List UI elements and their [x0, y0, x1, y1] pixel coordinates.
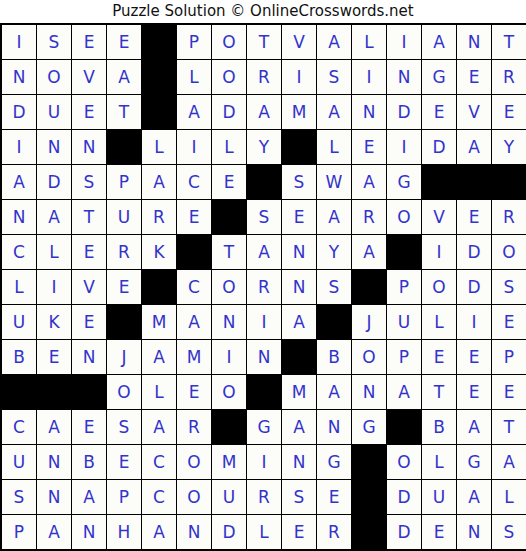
- grid-cell: O: [387, 200, 422, 235]
- grid-cell: L: [37, 235, 72, 270]
- grid-cell: L: [2, 270, 37, 305]
- grid-cell: N: [212, 305, 247, 340]
- grid-cell: L: [492, 480, 526, 515]
- grid-cell: I: [422, 235, 457, 270]
- grid-cell: E: [422, 95, 457, 130]
- grid-cell: E: [212, 165, 247, 200]
- grid-cell: R: [177, 410, 212, 445]
- grid-cell: S: [492, 270, 526, 305]
- grid-cell: Y: [317, 235, 352, 270]
- grid-cell: N: [2, 200, 37, 235]
- grid-cell: O: [37, 60, 72, 95]
- grid-cell: I: [2, 130, 37, 165]
- grid-cell: E: [107, 25, 142, 60]
- grid-cell: R: [317, 515, 352, 550]
- grid-cell: M: [177, 340, 212, 375]
- black-cell: [352, 445, 387, 480]
- grid-cell: D: [457, 235, 492, 270]
- grid-cell: P: [2, 515, 37, 550]
- grid-cell: E: [457, 200, 492, 235]
- grid-cell: O: [212, 270, 247, 305]
- grid-cell: E: [72, 305, 107, 340]
- grid-cell: B: [72, 445, 107, 480]
- black-cell: [142, 270, 177, 305]
- grid-cell: T: [247, 25, 282, 60]
- grid-cell: P: [492, 340, 526, 375]
- grid-cell: D: [212, 95, 247, 130]
- black-cell: [317, 305, 352, 340]
- grid-cell: C: [2, 410, 37, 445]
- black-cell: [492, 165, 526, 200]
- grid-cell: N: [37, 445, 72, 480]
- black-cell: [142, 60, 177, 95]
- black-cell: [352, 270, 387, 305]
- grid-cell: L: [422, 305, 457, 340]
- grid-cell: L: [352, 25, 387, 60]
- grid-cell: A: [177, 95, 212, 130]
- grid-cell: B: [422, 410, 457, 445]
- grid-cell: D: [387, 95, 422, 130]
- grid-cell: R: [107, 235, 142, 270]
- grid-cell: E: [177, 200, 212, 235]
- grid-cell: U: [212, 480, 247, 515]
- grid-cell: S: [317, 270, 352, 305]
- grid-cell: N: [72, 130, 107, 165]
- grid-cell: O: [387, 445, 422, 480]
- grid-cell: E: [107, 270, 142, 305]
- grid-cell: U: [107, 200, 142, 235]
- grid-cell: T: [422, 375, 457, 410]
- grid-cell: E: [282, 515, 317, 550]
- grid-cell: V: [72, 60, 107, 95]
- grid-cell: N: [457, 25, 492, 60]
- grid-cell: E: [422, 515, 457, 550]
- grid-cell: D: [422, 130, 457, 165]
- grid-cell: G: [247, 410, 282, 445]
- grid-cell: N: [282, 270, 317, 305]
- grid-cell: A: [142, 515, 177, 550]
- grid-cell: O: [352, 340, 387, 375]
- grid-cell: O: [212, 375, 247, 410]
- grid-cell: D: [387, 515, 422, 550]
- black-cell: [107, 130, 142, 165]
- black-cell: [212, 410, 247, 445]
- grid-cell: O: [212, 60, 247, 95]
- grid-cell: D: [2, 95, 37, 130]
- grid-cell: J: [352, 305, 387, 340]
- grid-cell: T: [107, 95, 142, 130]
- grid-cell: D: [457, 270, 492, 305]
- grid-cell: T: [72, 200, 107, 235]
- grid-cell: O: [177, 480, 212, 515]
- grid-cell: S: [247, 200, 282, 235]
- grid-cell: M: [212, 445, 247, 480]
- black-cell: [387, 235, 422, 270]
- grid-cell: D: [37, 165, 72, 200]
- grid-cell: J: [107, 340, 142, 375]
- grid-cell: N: [37, 130, 72, 165]
- grid-cell: I: [177, 130, 212, 165]
- grid-cell: I: [212, 340, 247, 375]
- grid-cell: I: [457, 305, 492, 340]
- grid-cell: U: [422, 480, 457, 515]
- grid-cell: S: [317, 60, 352, 95]
- grid-cell: A: [317, 375, 352, 410]
- grid-cell: R: [492, 200, 526, 235]
- grid-cell: N: [352, 375, 387, 410]
- grid-cell: A: [457, 410, 492, 445]
- grid-cell: C: [177, 165, 212, 200]
- grid-cell: R: [247, 270, 282, 305]
- grid-cell: S: [107, 410, 142, 445]
- grid-cell: N: [177, 515, 212, 550]
- grid-cell: G: [317, 445, 352, 480]
- black-cell: [352, 480, 387, 515]
- grid-cell: H: [107, 515, 142, 550]
- grid-cell: D: [212, 515, 247, 550]
- grid-cell: T: [492, 25, 526, 60]
- grid-cell: L: [247, 515, 282, 550]
- grid-cell: P: [107, 480, 142, 515]
- grid-cell: A: [317, 25, 352, 60]
- grid-cell: E: [72, 25, 107, 60]
- grid-cell: D: [387, 480, 422, 515]
- grid-cell: Y: [492, 130, 526, 165]
- grid-cell: M: [142, 305, 177, 340]
- grid-cell: A: [2, 165, 37, 200]
- grid-cell: C: [2, 235, 37, 270]
- grid-cell: A: [142, 340, 177, 375]
- grid-cell: A: [352, 235, 387, 270]
- grid-cell: E: [37, 340, 72, 375]
- grid-cell: E: [457, 60, 492, 95]
- grid-cell: E: [352, 130, 387, 165]
- grid-cell: E: [107, 445, 142, 480]
- grid-cell: O: [107, 375, 142, 410]
- grid-cell: E: [492, 305, 526, 340]
- grid-cell: K: [37, 305, 72, 340]
- grid-cell: B: [317, 340, 352, 375]
- grid-cell: I: [387, 25, 422, 60]
- black-cell: [2, 375, 37, 410]
- black-cell: [212, 200, 247, 235]
- grid-cell: A: [457, 480, 492, 515]
- grid-cell: E: [282, 200, 317, 235]
- grid-cell: I: [247, 445, 282, 480]
- grid-cell: I: [2, 25, 37, 60]
- grid-cell: O: [212, 25, 247, 60]
- grid-cell: E: [72, 410, 107, 445]
- black-cell: [107, 305, 142, 340]
- grid-cell: G: [457, 445, 492, 480]
- grid-cell: P: [387, 270, 422, 305]
- grid-cell: V: [457, 95, 492, 130]
- grid-cell: V: [72, 270, 107, 305]
- grid-cell: R: [492, 60, 526, 95]
- black-cell: [247, 375, 282, 410]
- grid-cell: N: [72, 515, 107, 550]
- grid-cell: A: [282, 410, 317, 445]
- black-cell: [72, 375, 107, 410]
- grid-cell: I: [247, 305, 282, 340]
- grid-cell: L: [212, 130, 247, 165]
- grid-cell: C: [177, 270, 212, 305]
- grid-cell: A: [107, 60, 142, 95]
- grid-cell: N: [72, 340, 107, 375]
- grid-cell: R: [247, 480, 282, 515]
- grid-cell: A: [142, 165, 177, 200]
- grid-cell: N: [37, 480, 72, 515]
- grid-cell: U: [2, 445, 37, 480]
- grid-cell: U: [2, 305, 37, 340]
- grid-cell: S: [37, 25, 72, 60]
- grid-cell: G: [352, 410, 387, 445]
- black-cell: [422, 165, 457, 200]
- black-cell: [387, 410, 422, 445]
- grid-cell: N: [387, 60, 422, 95]
- grid-cell: N: [247, 340, 282, 375]
- grid-cell: L: [142, 375, 177, 410]
- grid-cell: A: [177, 305, 212, 340]
- grid-cell: N: [457, 515, 492, 550]
- grid-cell: P: [387, 340, 422, 375]
- black-cell: [37, 375, 72, 410]
- grid-cell: A: [317, 95, 352, 130]
- grid-cell: A: [457, 130, 492, 165]
- grid-cell: A: [37, 515, 72, 550]
- grid-cell: W: [317, 165, 352, 200]
- black-cell: [352, 515, 387, 550]
- grid-cell: R: [142, 200, 177, 235]
- grid-cell: R: [352, 200, 387, 235]
- grid-cell: R: [247, 60, 282, 95]
- grid-cell: S: [2, 480, 37, 515]
- grid-cell: S: [492, 515, 526, 550]
- grid-cell: Y: [247, 130, 282, 165]
- grid-cell: L: [317, 130, 352, 165]
- grid-cell: K: [142, 235, 177, 270]
- grid-cell: A: [247, 235, 282, 270]
- grid-cell: A: [37, 410, 72, 445]
- grid-cell: O: [492, 235, 526, 270]
- grid-cell: O: [422, 270, 457, 305]
- page-title: Puzzle Solution © OnlineCrosswords.net: [0, 0, 526, 23]
- grid-cell: O: [177, 445, 212, 480]
- grid-cell: I: [282, 60, 317, 95]
- grid-cell: E: [492, 375, 526, 410]
- grid-cell: N: [282, 445, 317, 480]
- grid-cell: T: [212, 235, 247, 270]
- grid-cell: A: [282, 305, 317, 340]
- black-cell: [177, 235, 212, 270]
- grid-cell: U: [387, 305, 422, 340]
- grid-cell: A: [422, 25, 457, 60]
- grid-cell: B: [2, 340, 37, 375]
- grid-cell: S: [282, 165, 317, 200]
- grid-cell: E: [492, 95, 526, 130]
- grid-cell: L: [142, 130, 177, 165]
- grid-cell: M: [282, 95, 317, 130]
- grid-cell: E: [422, 340, 457, 375]
- grid-cell: V: [422, 200, 457, 235]
- grid-cell: A: [142, 410, 177, 445]
- grid-cell: A: [387, 375, 422, 410]
- grid-cell: S: [282, 480, 317, 515]
- grid-cell: L: [422, 445, 457, 480]
- grid-cell: M: [282, 375, 317, 410]
- grid-cell: A: [37, 200, 72, 235]
- grid-cell: G: [387, 165, 422, 200]
- grid-cell: E: [457, 375, 492, 410]
- black-cell: [282, 130, 317, 165]
- grid-cell: P: [177, 25, 212, 60]
- grid-cell: I: [352, 60, 387, 95]
- crossword-grid: ISEEPOTVALIANTNOVALORISINGERDUETADAMANDE…: [0, 23, 526, 551]
- black-cell: [142, 25, 177, 60]
- grid-cell: I: [387, 130, 422, 165]
- grid-cell: N: [282, 235, 317, 270]
- grid-cell: E: [177, 375, 212, 410]
- grid-cell: S: [72, 165, 107, 200]
- black-cell: [457, 165, 492, 200]
- puzzle-page: Puzzle Solution © OnlineCrosswords.net I…: [0, 0, 526, 551]
- grid-cell: N: [2, 60, 37, 95]
- grid-cell: V: [282, 25, 317, 60]
- grid-cell: C: [142, 480, 177, 515]
- grid-cell: E: [72, 235, 107, 270]
- grid-cell: A: [72, 480, 107, 515]
- grid-cell: E: [457, 340, 492, 375]
- black-cell: [282, 340, 317, 375]
- grid-cell: E: [317, 480, 352, 515]
- grid-cell: N: [317, 410, 352, 445]
- black-cell: [142, 95, 177, 130]
- grid-cell: A: [492, 445, 526, 480]
- grid-cell: A: [247, 95, 282, 130]
- grid-cell: A: [317, 200, 352, 235]
- grid-cell: C: [142, 445, 177, 480]
- grid-cell: P: [107, 165, 142, 200]
- grid-cell: A: [352, 165, 387, 200]
- grid-cell: L: [177, 60, 212, 95]
- black-cell: [247, 165, 282, 200]
- grid-cell: N: [352, 95, 387, 130]
- grid-cell: G: [422, 60, 457, 95]
- grid-cell: I: [37, 270, 72, 305]
- grid-cell: T: [492, 410, 526, 445]
- grid-cell: E: [72, 95, 107, 130]
- grid-cell: U: [37, 95, 72, 130]
